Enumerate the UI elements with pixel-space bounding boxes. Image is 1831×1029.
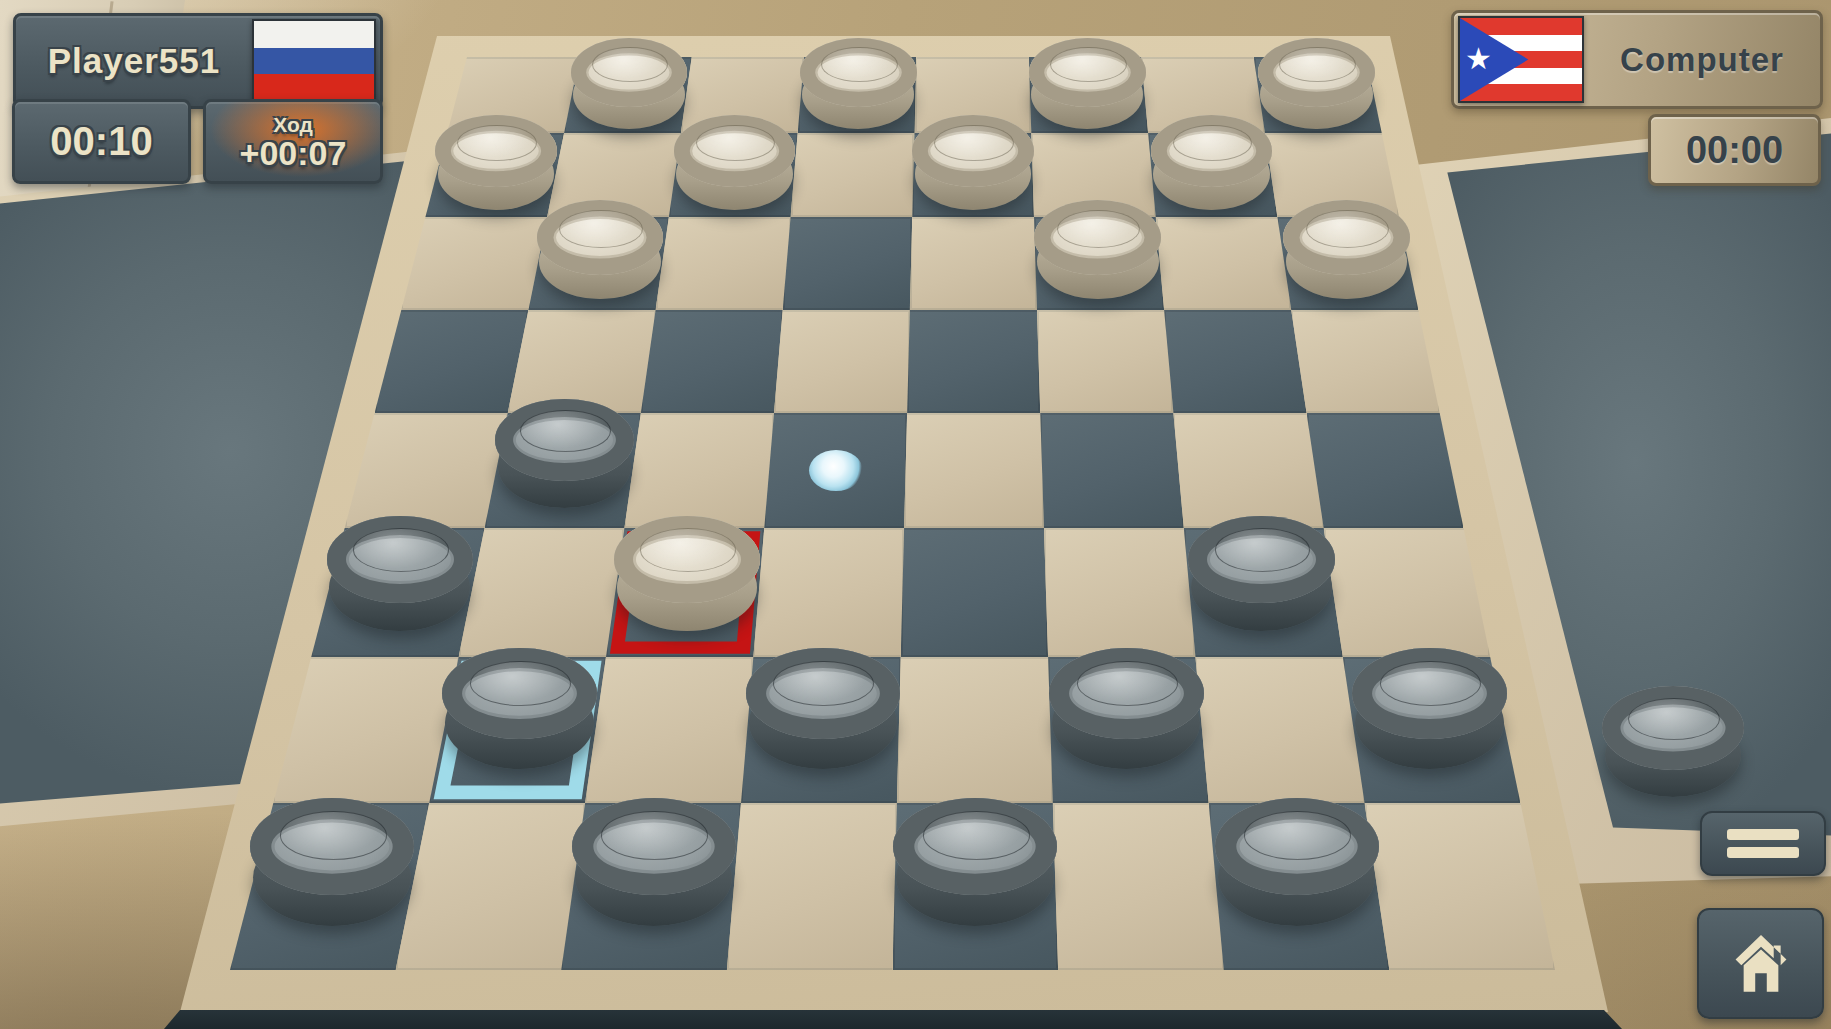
white-piece-d8[interactable]	[800, 38, 917, 132]
square-e5[interactable]	[907, 310, 1040, 413]
home-button[interactable]	[1697, 908, 1824, 1019]
square-d6[interactable]	[783, 217, 913, 310]
square-h1[interactable]	[1365, 803, 1555, 970]
player-right-panel: ★ Computer	[1451, 10, 1823, 109]
square-a6[interactable]	[401, 217, 547, 310]
black-piece-g1[interactable]	[1215, 798, 1379, 929]
square-e6[interactable]	[910, 217, 1037, 310]
square-c2[interactable]	[585, 657, 753, 803]
white-piece-g7[interactable]	[1151, 115, 1273, 212]
square-a2[interactable]	[273, 657, 458, 803]
white-piece-b8[interactable]	[571, 38, 688, 132]
square-f5[interactable]	[1037, 310, 1173, 413]
stage: Player551 00:10 Ход +00:07 ★ Computer 00…	[0, 0, 1831, 1029]
clock-right-text: 00:00	[1686, 129, 1783, 172]
square-c6[interactable]	[656, 217, 791, 310]
move-timer-panel: Ход +00:07	[203, 99, 383, 184]
square-e3[interactable]	[901, 528, 1048, 657]
square-a5[interactable]	[375, 310, 529, 413]
square-h4[interactable]	[1307, 413, 1464, 528]
menu-icon	[1727, 829, 1799, 840]
flag-star: ★	[1465, 43, 1492, 73]
square-d5[interactable]	[774, 310, 910, 413]
player-right-name: Computer	[1584, 41, 1820, 79]
black-piece-b2[interactable]	[442, 648, 597, 772]
player-left-panel: Player551	[13, 13, 383, 109]
black-piece-a3[interactable]	[327, 516, 473, 633]
player-left-name: Player551	[16, 41, 252, 81]
square-f1[interactable]	[1053, 803, 1224, 970]
black-piece-c1[interactable]	[572, 798, 736, 929]
square-g4[interactable]	[1173, 413, 1323, 528]
white-piece-c3[interactable]	[614, 516, 760, 633]
square-d3[interactable]	[753, 528, 904, 657]
move-time: +00:07	[240, 135, 347, 171]
puerto-rico-flag-icon: ★	[1458, 16, 1584, 103]
white-piece-c7[interactable]	[674, 115, 796, 212]
square-g6[interactable]	[1156, 217, 1292, 310]
home-icon	[1724, 927, 1798, 1001]
player-right-clock: 00:00	[1648, 114, 1821, 186]
black-piece-a1[interactable]	[250, 798, 414, 929]
menu-button[interactable]	[1700, 811, 1826, 876]
white-piece-f8[interactable]	[1029, 38, 1146, 132]
square-b3[interactable]	[459, 528, 625, 657]
black-piece-b4[interactable]	[495, 399, 634, 510]
black-piece-d2[interactable]	[746, 648, 901, 772]
move-target-dot-d4[interactable]	[809, 450, 863, 491]
white-piece-h6[interactable]	[1283, 200, 1410, 302]
square-g2[interactable]	[1195, 657, 1364, 803]
square-b5[interactable]	[508, 310, 656, 413]
square-c5[interactable]	[641, 310, 783, 413]
black-piece-h2[interactable]	[1352, 648, 1507, 772]
square-e4[interactable]	[904, 413, 1044, 528]
white-piece-h8[interactable]	[1258, 38, 1375, 132]
square-g5[interactable]	[1164, 310, 1306, 413]
clock-left-text: 00:10	[50, 119, 152, 164]
player-left-clock: 00:10	[12, 99, 191, 184]
square-c4[interactable]	[624, 413, 774, 528]
white-piece-e7[interactable]	[912, 115, 1034, 212]
move-label: Ход	[273, 115, 313, 135]
white-piece-a7[interactable]	[435, 115, 557, 212]
square-f3[interactable]	[1044, 528, 1196, 657]
black-piece-f2[interactable]	[1049, 648, 1204, 772]
captured-black-piece-tray[interactable]	[1602, 686, 1744, 800]
white-piece-f6[interactable]	[1034, 200, 1161, 302]
russia-flag-icon	[252, 19, 376, 103]
square-e2[interactable]	[897, 657, 1053, 803]
square-f4[interactable]	[1040, 413, 1184, 528]
square-h3[interactable]	[1324, 528, 1491, 657]
black-piece-e1[interactable]	[893, 798, 1057, 929]
square-h5[interactable]	[1291, 310, 1439, 413]
square-d7[interactable]	[791, 133, 915, 217]
black-piece-g3[interactable]	[1188, 516, 1334, 633]
white-piece-b6[interactable]	[537, 200, 664, 302]
square-a4[interactable]	[345, 413, 508, 528]
square-d1[interactable]	[727, 803, 897, 970]
